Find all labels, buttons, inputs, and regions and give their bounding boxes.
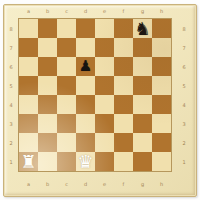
file-label-top-a: a (27, 9, 30, 14)
square-f8[interactable] (114, 19, 133, 38)
rank-label-right-4: 4 (182, 102, 185, 107)
rank-label-right-8: 8 (182, 26, 185, 31)
file-label-bottom-c: c (65, 182, 68, 187)
square-g2[interactable] (133, 133, 152, 152)
square-b4[interactable] (38, 95, 57, 114)
square-c1[interactable] (57, 152, 76, 171)
white-queen[interactable]: ♛ (77, 152, 93, 171)
square-b6[interactable] (38, 57, 57, 76)
rank-label-right-6: 6 (182, 64, 185, 69)
chess-board: ♞♟♜♛ (19, 19, 171, 171)
square-a2[interactable] (19, 133, 38, 152)
file-label-bottom-g: g (141, 182, 144, 187)
square-e8[interactable] (95, 19, 114, 38)
file-label-top-h: h (160, 9, 163, 14)
square-e4[interactable] (95, 95, 114, 114)
square-h5[interactable] (152, 76, 171, 95)
black-pawn[interactable]: ♟ (79, 57, 92, 76)
square-a6[interactable] (19, 57, 38, 76)
square-f6[interactable] (114, 57, 133, 76)
square-b5[interactable] (38, 76, 57, 95)
file-label-top-f: f (123, 9, 125, 14)
square-e2[interactable] (95, 133, 114, 152)
square-d4[interactable] (76, 95, 95, 114)
square-g6[interactable] (133, 57, 152, 76)
rank-label-left-1: 1 (9, 159, 12, 164)
square-c6[interactable] (57, 57, 76, 76)
square-c4[interactable] (57, 95, 76, 114)
screenshot-stage: ♞♟♜♛ aabbccddeeffgghh8877665544332211 (0, 0, 200, 200)
square-h3[interactable] (152, 114, 171, 133)
rank-label-right-3: 3 (182, 121, 185, 126)
square-g5[interactable] (133, 76, 152, 95)
file-label-bottom-e: e (103, 182, 106, 187)
rank-label-left-5: 5 (9, 83, 12, 88)
rank-label-left-3: 3 (9, 121, 12, 126)
square-c3[interactable] (57, 114, 76, 133)
square-g8[interactable]: ♞ (133, 19, 152, 38)
file-label-top-e: e (103, 9, 106, 14)
square-a8[interactable] (19, 19, 38, 38)
file-label-bottom-f: f (123, 182, 125, 187)
square-e6[interactable] (95, 57, 114, 76)
square-b8[interactable] (38, 19, 57, 38)
square-e1[interactable] (95, 152, 114, 171)
square-c2[interactable] (57, 133, 76, 152)
square-f5[interactable] (114, 76, 133, 95)
rank-label-right-5: 5 (182, 83, 185, 88)
file-label-top-g: g (141, 9, 144, 14)
square-h8[interactable] (152, 19, 171, 38)
square-e5[interactable] (95, 76, 114, 95)
file-label-bottom-h: h (160, 182, 163, 187)
square-b1[interactable] (38, 152, 57, 171)
square-a1[interactable]: ♜ (19, 152, 38, 171)
rank-label-left-8: 8 (9, 26, 12, 31)
square-f4[interactable] (114, 95, 133, 114)
rank-label-left-2: 2 (9, 140, 12, 145)
file-label-bottom-a: a (27, 182, 30, 187)
rank-label-left-4: 4 (9, 102, 12, 107)
square-d8[interactable] (76, 19, 95, 38)
square-g3[interactable] (133, 114, 152, 133)
square-e7[interactable] (95, 38, 114, 57)
square-a4[interactable] (19, 95, 38, 114)
square-a3[interactable] (19, 114, 38, 133)
square-a5[interactable] (19, 76, 38, 95)
rank-label-left-7: 7 (9, 45, 12, 50)
rank-label-left-6: 6 (9, 64, 12, 69)
square-d7[interactable] (76, 38, 95, 57)
square-h6[interactable] (152, 57, 171, 76)
black-knight[interactable]: ♞ (134, 19, 150, 38)
square-h7[interactable] (152, 38, 171, 57)
file-label-top-b: b (46, 9, 49, 14)
square-d3[interactable] (76, 114, 95, 133)
square-c5[interactable] (57, 76, 76, 95)
square-d1[interactable]: ♛ (76, 152, 95, 171)
white-rook[interactable]: ♜ (20, 152, 36, 171)
square-g1[interactable] (133, 152, 152, 171)
square-d2[interactable] (76, 133, 95, 152)
square-a7[interactable] (19, 38, 38, 57)
rank-label-right-2: 2 (182, 140, 185, 145)
rank-label-right-7: 7 (182, 45, 185, 50)
file-label-top-c: c (65, 9, 68, 14)
square-h4[interactable] (152, 95, 171, 114)
square-h1[interactable] (152, 152, 171, 171)
square-b2[interactable] (38, 133, 57, 152)
square-f7[interactable] (114, 38, 133, 57)
rank-label-right-1: 1 (182, 159, 185, 164)
square-b7[interactable] (38, 38, 57, 57)
square-g7[interactable] (133, 38, 152, 57)
square-f1[interactable] (114, 152, 133, 171)
square-g4[interactable] (133, 95, 152, 114)
square-f2[interactable] (114, 133, 133, 152)
square-c7[interactable] (57, 38, 76, 57)
square-d5[interactable] (76, 76, 95, 95)
square-f3[interactable] (114, 114, 133, 133)
square-b3[interactable] (38, 114, 57, 133)
file-label-top-d: d (84, 9, 87, 14)
file-label-bottom-b: b (46, 182, 49, 187)
square-e3[interactable] (95, 114, 114, 133)
file-label-bottom-d: d (84, 182, 87, 187)
square-h2[interactable] (152, 133, 171, 152)
square-d6[interactable]: ♟ (76, 57, 95, 76)
square-c8[interactable] (57, 19, 76, 38)
